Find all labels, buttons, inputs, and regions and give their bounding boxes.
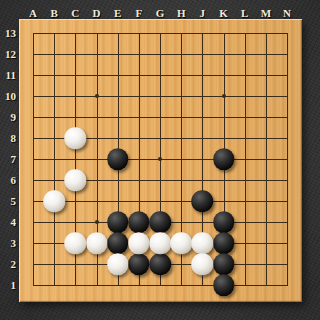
stone-white-D3[interactable] — [86, 232, 108, 254]
star-point-D10 — [95, 94, 99, 98]
stone-black-E7[interactable] — [107, 148, 129, 170]
stone-white-B5[interactable] — [43, 190, 65, 212]
stone-black-K4[interactable] — [213, 211, 235, 233]
stone-white-H3[interactable] — [170, 232, 192, 254]
stone-white-J3[interactable] — [192, 232, 214, 254]
column-label-A: A — [29, 8, 37, 19]
row-label-1: 1 — [11, 280, 17, 291]
stone-white-G3[interactable] — [149, 232, 171, 254]
column-label-G: G — [156, 8, 165, 19]
column-label-L: L — [241, 8, 248, 19]
row-label-2: 2 — [11, 259, 17, 270]
row-label-5: 5 — [11, 196, 17, 207]
stone-black-F4[interactable] — [128, 211, 150, 233]
column-label-J: J — [200, 8, 206, 19]
column-label-H: H — [177, 8, 186, 19]
row-label-13: 13 — [5, 28, 16, 39]
stone-white-F3[interactable] — [128, 232, 150, 254]
stone-black-K7[interactable] — [213, 148, 235, 170]
stone-black-G4[interactable] — [149, 211, 171, 233]
star-point-D4 — [95, 220, 99, 224]
stone-white-E2[interactable] — [107, 253, 129, 275]
stone-black-E4[interactable] — [107, 211, 129, 233]
row-label-3: 3 — [11, 238, 17, 249]
stone-black-K3[interactable] — [213, 232, 235, 254]
row-label-8: 8 — [11, 133, 17, 144]
column-label-K: K — [219, 8, 228, 19]
column-label-C: C — [71, 8, 79, 19]
row-label-12: 12 — [5, 49, 16, 60]
row-label-4: 4 — [11, 217, 17, 228]
stone-black-E3[interactable] — [107, 232, 129, 254]
column-label-B: B — [50, 8, 57, 19]
column-label-E: E — [114, 8, 121, 19]
stone-black-K1[interactable] — [213, 274, 235, 296]
row-label-11: 11 — [6, 70, 16, 81]
row-label-6: 6 — [11, 175, 17, 186]
column-label-M: M — [261, 8, 271, 19]
stone-white-C3[interactable] — [65, 232, 87, 254]
column-label-N: N — [283, 8, 291, 19]
stone-white-C8[interactable] — [65, 127, 87, 149]
row-label-9: 9 — [11, 112, 17, 123]
star-point-K10 — [222, 94, 226, 98]
row-label-7: 7 — [11, 154, 17, 165]
star-point-G7 — [158, 157, 162, 161]
stone-white-J2[interactable] — [192, 253, 214, 275]
stone-black-K2[interactable] — [213, 253, 235, 275]
column-label-F: F — [135, 8, 142, 19]
stone-black-G2[interactable] — [149, 253, 171, 275]
go-game-screen: ABCDEFGHJKLMN13121110987654321 — [0, 0, 320, 320]
row-label-10: 10 — [5, 91, 16, 102]
stone-black-J5[interactable] — [192, 190, 214, 212]
stone-white-C6[interactable] — [65, 169, 87, 191]
stone-black-F2[interactable] — [128, 253, 150, 275]
column-label-D: D — [93, 8, 101, 19]
